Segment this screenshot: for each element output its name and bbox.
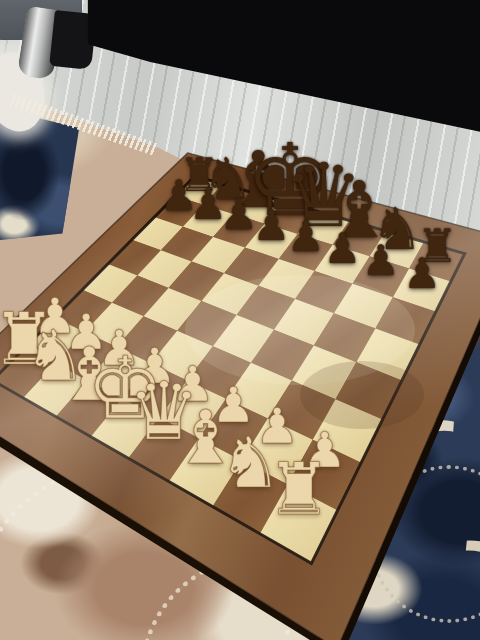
photo-scene: ♜♞♝♚♛♝♞♜♟♟♟♟♟♟♟♟♟♟♟♟♟♟♟♟♜♞♝♚♛♝♞♜	[0, 0, 480, 640]
dark-reflection	[300, 361, 424, 429]
chess-board	[0, 0, 480, 640]
